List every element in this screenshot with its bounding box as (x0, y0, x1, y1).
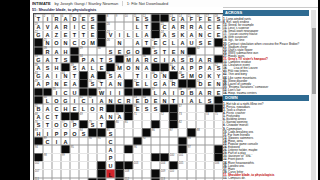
grid-cell[interactable] (52, 178, 61, 180)
grid-cell[interactable] (124, 153, 133, 161)
grid-cell[interactable]: 79S (88, 121, 97, 129)
grid-cell[interactable]: 48S (178, 71, 187, 79)
grid-cell[interactable] (133, 121, 142, 129)
grid-cell[interactable]: 46O (151, 71, 160, 79)
grid-cell[interactable]: A (187, 96, 196, 104)
grid-cell[interactable]: H (52, 63, 61, 71)
grid-cell[interactable]: 64D (142, 96, 151, 104)
grid-cell[interactable] (214, 170, 223, 178)
grid-cell[interactable]: S (142, 104, 151, 112)
grid-cell[interactable]: 55I (52, 88, 61, 96)
grid-cell[interactable] (169, 137, 178, 145)
grid-cell[interactable] (97, 145, 106, 153)
grid-cell[interactable]: 106 (214, 162, 223, 170)
grid-cell[interactable]: 97 (187, 145, 196, 153)
grid-cell[interactable]: U (187, 39, 196, 47)
grid-cell[interactable]: 52E (133, 80, 142, 88)
grid-cell[interactable]: 34P (79, 55, 88, 63)
grid-cell[interactable]: 71 (133, 112, 142, 120)
grid-cell[interactable]: 53R (169, 80, 178, 88)
grid-cell[interactable]: U (106, 162, 115, 170)
grid-cell[interactable]: I (178, 96, 187, 104)
grid-cell[interactable]: E (205, 39, 214, 47)
grid-cell[interactable] (160, 129, 169, 137)
grid-cell[interactable]: E (61, 30, 70, 38)
grid-cell[interactable]: E (205, 80, 214, 88)
grid-cell[interactable] (160, 121, 169, 129)
grid-cell[interactable]: 62I (88, 96, 97, 104)
grid-cell[interactable]: 14A (178, 14, 187, 22)
grid-cell[interactable]: 1T (34, 14, 43, 22)
grid-cell[interactable] (142, 121, 151, 129)
grid-cell[interactable]: Y (214, 71, 223, 79)
grid-cell[interactable]: T (70, 30, 79, 38)
grid-cell[interactable] (205, 137, 214, 145)
grid-cell[interactable] (115, 22, 124, 30)
grid-cell[interactable]: 47N (160, 71, 169, 79)
grid-cell[interactable] (178, 178, 187, 180)
grid-cell[interactable]: N (196, 30, 205, 38)
grid-cell[interactable]: O (52, 39, 61, 47)
grid-cell[interactable]: Z (52, 30, 61, 38)
grid-cell[interactable]: A (79, 63, 88, 71)
grid-cell[interactable]: 50S (88, 80, 97, 88)
grid-cell[interactable]: 56W (97, 88, 106, 96)
grid-cell[interactable] (151, 112, 160, 120)
grid-cell[interactable]: 49A (34, 80, 43, 88)
grid-cell[interactable]: 77O (61, 121, 70, 129)
grid-cell[interactable] (151, 145, 160, 153)
grid-cell[interactable]: 22G (34, 30, 43, 38)
grid-cell[interactable] (124, 137, 133, 145)
grid-cell[interactable]: N (214, 80, 223, 88)
grid-cell[interactable]: R (187, 22, 196, 30)
grid-cell[interactable]: 15F (187, 14, 196, 22)
across-clue-item[interactable]: 54. Hosp. trauma centers (223, 91, 309, 94)
grid-cell[interactable]: O (133, 47, 142, 55)
grid-cell[interactable]: P (187, 63, 196, 71)
grid-cell[interactable]: T (79, 30, 88, 38)
grid-cell[interactable]: I (115, 30, 124, 38)
grid-cell[interactable]: 33G (34, 55, 43, 63)
grid-cell[interactable]: S (169, 30, 178, 38)
grid-cell[interactable]: N (115, 80, 124, 88)
grid-cell[interactable]: I (70, 22, 79, 30)
grid-cell[interactable]: C (205, 22, 214, 30)
grid-cell[interactable] (88, 47, 97, 55)
grid-cell[interactable]: R (61, 22, 70, 30)
grid-cell[interactable]: L (196, 96, 205, 104)
grid-cell[interactable] (196, 112, 205, 120)
grid-cell[interactable] (142, 170, 151, 178)
grid-cell[interactable]: 105 (178, 162, 187, 170)
grid-cell[interactable] (70, 162, 79, 170)
grid-cell[interactable]: 88 (196, 129, 205, 137)
grid-cell[interactable]: C (160, 39, 169, 47)
grid-cell[interactable] (205, 121, 214, 129)
grid-cell[interactable]: M (187, 71, 196, 79)
grid-cell[interactable]: T (142, 22, 151, 30)
grid-cell[interactable]: 61C (79, 96, 88, 104)
grid-cell[interactable]: 8 (106, 14, 115, 22)
grid-cell[interactable]: 82 (178, 121, 187, 129)
grid-cell[interactable]: S (106, 55, 115, 63)
clue-scrollbar[interactable] (311, 10, 316, 180)
grid-cell[interactable] (52, 162, 61, 170)
grid-cell[interactable]: 31S (151, 47, 160, 55)
grid-cell[interactable]: A (106, 178, 115, 180)
clue-scrollbar-thumb[interactable] (312, 28, 316, 94)
grid-cell[interactable] (115, 129, 124, 137)
grid-cell[interactable]: A (142, 63, 151, 71)
grid-cell[interactable] (124, 71, 133, 79)
grid-cell[interactable]: 16F (196, 14, 205, 22)
grid-cell[interactable]: T (97, 121, 106, 129)
grid-cell[interactable] (142, 112, 151, 120)
grid-cell[interactable]: 94 (34, 145, 43, 153)
grid-cell[interactable]: A (106, 80, 115, 88)
grid-cell[interactable]: 100 (169, 153, 178, 161)
grid-cell[interactable]: 91 (97, 137, 106, 145)
grid-cell[interactable]: 78P (70, 121, 79, 129)
grid-cell[interactable]: C (70, 39, 79, 47)
grid-cell[interactable]: C (205, 30, 214, 38)
grid-cell[interactable]: T (142, 39, 151, 47)
grid-cell[interactable]: A (196, 22, 205, 30)
grid-cell[interactable]: 44N (61, 71, 70, 79)
grid-cell[interactable]: 18S (214, 14, 223, 22)
grid-cell[interactable]: H (61, 104, 70, 112)
grid-cell[interactable]: E (61, 80, 70, 88)
grid-cell[interactable] (115, 137, 124, 145)
grid-cell[interactable]: O (88, 104, 97, 112)
grid-cell[interactable]: A (88, 55, 97, 63)
grid-cell[interactable] (124, 22, 133, 30)
grid-cell[interactable] (205, 145, 214, 153)
grid-cell[interactable] (187, 153, 196, 161)
grid-cell[interactable]: I (142, 71, 151, 79)
grid-cell[interactable]: P (106, 153, 115, 161)
grid-cell[interactable]: A (187, 30, 196, 38)
grid-cell[interactable]: A (115, 71, 124, 79)
grid-cell[interactable] (88, 112, 97, 120)
grid-cell[interactable] (205, 170, 214, 178)
grid-cell[interactable] (196, 162, 205, 170)
grid-cell[interactable]: O (196, 71, 205, 79)
grid-cell[interactable]: A (97, 96, 106, 104)
grid-cell[interactable]: 59B (187, 88, 196, 96)
grid-cell[interactable]: N (178, 47, 187, 55)
grid-cell[interactable] (214, 47, 223, 55)
grid-cell[interactable] (196, 170, 205, 178)
grid-cell[interactable]: 13G (169, 14, 178, 22)
grid-cell[interactable]: E (70, 104, 79, 112)
grid-cell[interactable]: E (115, 47, 124, 55)
grid-cell[interactable]: N (133, 63, 142, 71)
grid-cell[interactable]: A (43, 71, 52, 79)
grid-cell[interactable] (187, 178, 196, 180)
grid-cell[interactable]: A (169, 55, 178, 63)
grid-cell[interactable]: 75 (214, 112, 223, 120)
grid-cell[interactable]: E (214, 88, 223, 96)
grid-cell[interactable]: 74 (205, 112, 214, 120)
grid-cell[interactable]: L (106, 170, 115, 178)
grid-cell[interactable]: 26 (106, 39, 115, 47)
grid-cell[interactable] (88, 145, 97, 153)
grid-cell[interactable] (205, 178, 214, 180)
grid-cell[interactable]: O (124, 63, 133, 71)
grid-cell[interactable]: T (52, 55, 61, 63)
grid-cell[interactable]: 80 (115, 121, 124, 129)
grid-cell[interactable]: 96 (133, 145, 142, 153)
grid-cell[interactable]: I (52, 71, 61, 79)
grid-cell[interactable] (79, 153, 88, 161)
grid-cell[interactable] (43, 170, 52, 178)
grid-cell[interactable]: N (160, 96, 169, 104)
grid-cell[interactable]: S (205, 96, 214, 104)
grid-cell[interactable]: A (70, 80, 79, 88)
grid-cell[interactable]: T (169, 96, 178, 104)
grid-cell[interactable]: A (52, 47, 61, 55)
grid-cell[interactable]: T (97, 55, 106, 63)
grid-cell[interactable] (124, 39, 133, 47)
grid-cell[interactable]: 10 (124, 14, 133, 22)
grid-cell[interactable] (214, 129, 223, 137)
grid-cell[interactable]: L (124, 30, 133, 38)
grid-cell[interactable] (196, 153, 205, 161)
grid-cell[interactable]: 3R (52, 14, 61, 22)
grid-cell[interactable]: A (133, 55, 142, 63)
grid-cell[interactable]: 68A (34, 112, 43, 120)
grid-cell[interactable]: R (124, 96, 133, 104)
grid-cell[interactable]: 6E (79, 14, 88, 22)
grid-cell[interactable]: 40M (115, 63, 124, 71)
grid-cell[interactable] (133, 170, 142, 178)
grid-cell[interactable]: A (52, 22, 61, 30)
grid-cell[interactable]: N (61, 39, 70, 47)
grid-cell[interactable] (178, 129, 187, 137)
grid-cell[interactable] (115, 153, 124, 161)
grid-cell[interactable] (133, 153, 142, 161)
grid-cell[interactable]: 70A (115, 112, 124, 120)
grid-cell[interactable]: P (52, 129, 61, 137)
grid-cell[interactable]: P (196, 63, 205, 71)
grid-cell[interactable] (196, 121, 205, 129)
grid-cell[interactable]: 11E (133, 14, 142, 22)
grid-cell[interactable]: T (70, 71, 79, 79)
grid-cell[interactable]: A (61, 137, 70, 145)
grid-cell[interactable] (178, 170, 187, 178)
grid-cell[interactable]: 4A (61, 14, 70, 22)
grid-cell[interactable] (52, 145, 61, 153)
grid-cell[interactable]: S (43, 63, 52, 71)
grid-cell[interactable]: 90 (88, 137, 97, 145)
grid-cell[interactable]: S (106, 47, 115, 55)
grid-cell[interactable] (151, 137, 160, 145)
grid-cell[interactable]: 93 (187, 137, 196, 145)
grid-cell[interactable]: E (88, 22, 97, 30)
grid-cell[interactable] (196, 104, 205, 112)
grid-cell[interactable]: I (115, 88, 124, 96)
grid-cell[interactable]: C (115, 96, 124, 104)
grid-cell[interactable] (187, 170, 196, 178)
grid-cell[interactable] (70, 178, 79, 180)
grid-cell[interactable]: 99 (61, 153, 70, 161)
grid-cell[interactable]: 58D (178, 88, 187, 96)
grid-cell[interactable] (214, 178, 223, 180)
grid-cell[interactable]: 72 (160, 112, 169, 120)
grid-cell[interactable] (142, 145, 151, 153)
grid-cell[interactable]: O (52, 96, 61, 104)
grid-cell[interactable] (187, 121, 196, 129)
grid-cell[interactable]: M (88, 39, 97, 47)
grid-cell[interactable]: 110 (169, 170, 178, 178)
grid-cell[interactable]: 76S (34, 121, 43, 129)
grid-cell[interactable] (88, 170, 97, 178)
grid-cell[interactable]: G (61, 96, 70, 104)
grid-cell[interactable] (61, 178, 70, 180)
grid-cell[interactable]: 9 (115, 14, 124, 22)
grid-cell[interactable]: 43G (34, 71, 43, 79)
grid-cell[interactable]: I (52, 137, 61, 145)
grid-cell[interactable]: K (205, 71, 214, 79)
grid-cell[interactable] (160, 145, 169, 153)
grid-cell[interactable] (43, 178, 52, 180)
grid-cell[interactable] (70, 137, 79, 145)
grid-cell[interactable] (61, 162, 70, 170)
grid-cell[interactable]: E (169, 47, 178, 55)
grid-cell[interactable]: L (88, 63, 97, 71)
grid-cell[interactable]: U (70, 88, 79, 96)
grid-cell[interactable]: 37B (187, 55, 196, 63)
grid-cell[interactable] (196, 178, 205, 180)
grid-cell[interactable]: I (70, 96, 79, 104)
grid-cell[interactable]: T (133, 71, 142, 79)
grid-cell[interactable]: P (43, 80, 52, 88)
grid-cell[interactable]: 30 (97, 47, 106, 55)
grid-cell[interactable]: 92 (142, 137, 151, 145)
grid-cell[interactable]: 112 (124, 178, 133, 180)
grid-cell[interactable] (43, 162, 52, 170)
grid-cell[interactable]: 63E (133, 96, 142, 104)
grid-cell[interactable] (205, 162, 214, 170)
grid-cell[interactable]: 86 (151, 129, 160, 137)
grid-cell[interactable]: N (106, 96, 115, 104)
grid-cell[interactable]: K (178, 30, 187, 38)
grid-cell[interactable]: A (43, 104, 52, 112)
grid-cell[interactable] (214, 137, 223, 145)
grid-cell[interactable] (142, 153, 151, 161)
grid-cell[interactable]: A (106, 145, 115, 153)
grid-cell[interactable]: E (151, 96, 160, 104)
grid-cell[interactable]: 23V (106, 30, 115, 38)
grid-cell[interactable] (214, 121, 223, 129)
grid-cell[interactable]: 45S (106, 71, 115, 79)
grid-cell[interactable]: 36R (142, 55, 151, 63)
grid-cell[interactable]: E (214, 22, 223, 30)
grid-cell[interactable] (187, 162, 196, 170)
grid-cell[interactable]: C (106, 137, 115, 145)
grid-cell[interactable]: 42S (214, 63, 223, 71)
grid-cell[interactable]: I (169, 88, 178, 96)
grid-cell[interactable]: 101 (178, 153, 187, 161)
grid-cell[interactable]: 104 (160, 162, 169, 170)
grid-cell[interactable]: O (70, 129, 79, 137)
grid-cell[interactable]: L (133, 22, 142, 30)
grid-cell[interactable]: E (97, 63, 106, 71)
grid-cell[interactable]: T (52, 112, 61, 120)
grid-cell[interactable] (142, 162, 151, 170)
grid-cell[interactable] (70, 170, 79, 178)
grid-cell[interactable]: O (52, 121, 61, 129)
grid-cell[interactable]: L (142, 80, 151, 88)
grid-cell[interactable] (187, 104, 196, 112)
grid-cell[interactable] (70, 153, 79, 161)
grid-cell[interactable]: A (142, 30, 151, 38)
grid-cell[interactable]: C (43, 112, 52, 120)
grid-cell[interactable] (151, 162, 160, 170)
grid-cell[interactable] (169, 178, 178, 180)
grid-cell[interactable] (79, 137, 88, 145)
grid-cell[interactable]: 98 (43, 153, 52, 161)
grid-cell[interactable]: 111 (34, 178, 43, 180)
grid-cell[interactable]: 84S (79, 129, 88, 137)
grid-cell[interactable] (79, 145, 88, 153)
grid-cell[interactable]: S (61, 55, 70, 63)
grid-cell[interactable]: 35M (124, 55, 133, 63)
grid-cell[interactable]: A (88, 71, 97, 79)
grid-cell[interactable]: A (196, 88, 205, 96)
grid-cell[interactable]: 60L (43, 96, 52, 104)
grid-cell[interactable] (196, 137, 205, 145)
grid-cell[interactable]: 85S (106, 129, 115, 137)
grid-cell[interactable]: 69 (79, 112, 88, 120)
grid-cell[interactable] (205, 47, 214, 55)
grid-cell[interactable] (52, 153, 61, 161)
grid-cell[interactable]: 81 (124, 121, 133, 129)
grid-cell[interactable] (205, 129, 214, 137)
grid-cell[interactable]: 103 (133, 162, 142, 170)
grid-cell[interactable]: A (205, 63, 214, 71)
grid-cell[interactable]: R (97, 104, 106, 112)
grid-cell[interactable] (124, 129, 133, 137)
grid-cell[interactable]: I (160, 55, 169, 63)
grid-cell[interactable] (79, 162, 88, 170)
grid-cell[interactable]: C (61, 88, 70, 96)
grid-cell[interactable] (160, 137, 169, 145)
grid-cell[interactable] (133, 178, 142, 180)
grid-cell[interactable]: A (43, 30, 52, 38)
grid-cell[interactable]: R (205, 55, 214, 63)
grid-cell[interactable]: N (106, 112, 115, 120)
grid-cell[interactable]: 24A (160, 30, 169, 38)
grid-cell[interactable]: 73 (178, 112, 187, 120)
grid-cell[interactable] (142, 178, 151, 180)
grid-cell[interactable]: A (169, 22, 178, 30)
grid-cell[interactable]: 54D (196, 80, 205, 88)
grid-cell[interactable]: V (43, 22, 52, 30)
grid-cell[interactable]: L (133, 30, 142, 38)
grid-cell[interactable]: I (106, 88, 115, 96)
grid-cell[interactable]: 12S (142, 14, 151, 22)
grid-cell[interactable]: A (43, 55, 52, 63)
grid-cell[interactable]: A (133, 39, 142, 47)
grid-cell[interactable]: 57L (151, 88, 160, 96)
grid-cell[interactable]: 5D (70, 14, 79, 22)
grid-cell[interactable]: 87 (169, 129, 178, 137)
grid-cell[interactable] (196, 145, 205, 153)
grid-cell[interactable]: A (196, 55, 205, 63)
